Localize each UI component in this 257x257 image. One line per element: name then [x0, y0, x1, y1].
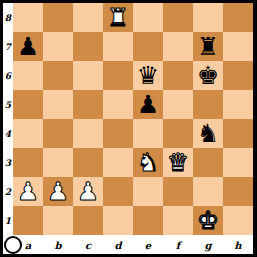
square-f8[interactable]: [163, 3, 193, 32]
square-c4[interactable]: [73, 119, 103, 148]
square-h4[interactable]: [223, 119, 253, 148]
piece-white-queen-f3: ♛: [163, 148, 193, 177]
square-e5[interactable]: ♟: [133, 90, 163, 119]
square-h3[interactable]: [223, 148, 253, 177]
piece-black-knight-g4: ♞: [193, 119, 223, 148]
square-d5[interactable]: [103, 90, 133, 119]
square-b5[interactable]: [43, 90, 73, 119]
square-c5[interactable]: [73, 90, 103, 119]
file-label-f: f: [163, 240, 193, 251]
square-a1[interactable]: [13, 206, 43, 235]
square-d8[interactable]: ♜: [103, 3, 133, 32]
square-h8[interactable]: [223, 3, 253, 32]
square-g6[interactable]: ♚: [193, 61, 223, 90]
rank-label-8: 8: [3, 3, 13, 32]
square-d3[interactable]: [103, 148, 133, 177]
square-d1[interactable]: [103, 206, 133, 235]
square-c7[interactable]: [73, 32, 103, 61]
piece-black-rook-g7: ♜: [193, 32, 223, 61]
chess-diagram: 8 7 6 5 4 3 2 1 ♜♟♜♛♚♟♞♞♛♟♟♟♚ a b c d e …: [0, 0, 257, 257]
rank-label-4: 4: [3, 119, 13, 148]
rank-labels: 8 7 6 5 4 3 2 1: [3, 3, 13, 235]
square-a5[interactable]: [13, 90, 43, 119]
piece-white-pawn-a2: ♟: [13, 177, 43, 206]
square-d7[interactable]: [103, 32, 133, 61]
square-g1[interactable]: ♚: [193, 206, 223, 235]
square-h6[interactable]: [223, 61, 253, 90]
rank-label-2: 2: [3, 177, 13, 206]
square-b6[interactable]: [43, 61, 73, 90]
rank-label-3: 3: [3, 148, 13, 177]
square-b2[interactable]: ♟: [43, 177, 73, 206]
file-label-b: b: [43, 240, 73, 251]
square-c6[interactable]: [73, 61, 103, 90]
square-h1[interactable]: [223, 206, 253, 235]
square-a8[interactable]: [13, 3, 43, 32]
rank-label-1: 1: [3, 206, 13, 235]
square-f7[interactable]: [163, 32, 193, 61]
square-f6[interactable]: [163, 61, 193, 90]
square-b3[interactable]: [43, 148, 73, 177]
square-h5[interactable]: [223, 90, 253, 119]
square-c3[interactable]: [73, 148, 103, 177]
square-f1[interactable]: [163, 206, 193, 235]
square-e4[interactable]: [133, 119, 163, 148]
square-e1[interactable]: [133, 206, 163, 235]
piece-black-king-g6: ♚: [193, 61, 223, 90]
square-e7[interactable]: [133, 32, 163, 61]
square-g8[interactable]: [193, 3, 223, 32]
square-f5[interactable]: [163, 90, 193, 119]
piece-black-queen-e6: ♛: [133, 61, 163, 90]
square-a4[interactable]: [13, 119, 43, 148]
square-c2[interactable]: ♟: [73, 177, 103, 206]
square-a7[interactable]: ♟: [13, 32, 43, 61]
square-g7[interactable]: ♜: [193, 32, 223, 61]
rank-label-5: 5: [3, 90, 13, 119]
square-f2[interactable]: [163, 177, 193, 206]
square-e8[interactable]: [133, 3, 163, 32]
square-c1[interactable]: [73, 206, 103, 235]
square-h2[interactable]: [223, 177, 253, 206]
file-label-g: g: [193, 240, 223, 251]
file-label-e: e: [133, 240, 163, 251]
chess-board: ♜♟♜♛♚♟♞♞♛♟♟♟♚: [13, 3, 253, 235]
square-b7[interactable]: [43, 32, 73, 61]
square-h7[interactable]: [223, 32, 253, 61]
file-label-d: d: [103, 240, 133, 251]
file-label-h: h: [223, 240, 253, 251]
piece-black-pawn-a7: ♟: [13, 32, 43, 61]
square-b1[interactable]: [43, 206, 73, 235]
square-g5[interactable]: [193, 90, 223, 119]
square-b8[interactable]: [43, 3, 73, 32]
square-e6[interactable]: ♛: [133, 61, 163, 90]
square-f4[interactable]: [163, 119, 193, 148]
square-a3[interactable]: [13, 148, 43, 177]
square-a6[interactable]: [13, 61, 43, 90]
square-a2[interactable]: ♟: [13, 177, 43, 206]
piece-white-pawn-c2: ♟: [73, 177, 103, 206]
piece-white-pawn-b2: ♟: [43, 177, 73, 206]
rank-label-6: 6: [3, 61, 13, 90]
square-e2[interactable]: [133, 177, 163, 206]
rank-label-7: 7: [3, 32, 13, 61]
square-g4[interactable]: ♞: [193, 119, 223, 148]
square-d2[interactable]: [103, 177, 133, 206]
square-d4[interactable]: [103, 119, 133, 148]
square-g3[interactable]: [193, 148, 223, 177]
piece-white-knight-e3: ♞: [133, 148, 163, 177]
square-f3[interactable]: ♛: [163, 148, 193, 177]
file-labels: a b c d e f g h: [13, 240, 253, 251]
square-g2[interactable]: [193, 177, 223, 206]
side-to-move-indicator: [4, 236, 22, 254]
piece-white-king-g1: ♚: [193, 206, 223, 235]
file-label-c: c: [73, 240, 103, 251]
piece-white-rook-d8: ♜: [103, 3, 133, 32]
square-d6[interactable]: [103, 61, 133, 90]
square-c8[interactable]: [73, 3, 103, 32]
square-e3[interactable]: ♞: [133, 148, 163, 177]
square-b4[interactable]: [43, 119, 73, 148]
piece-black-pawn-e5: ♟: [133, 90, 163, 119]
